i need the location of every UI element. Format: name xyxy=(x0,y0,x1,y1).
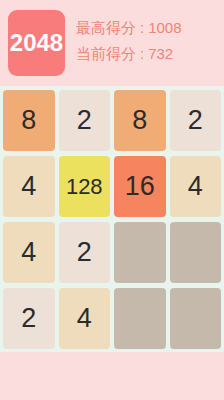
tile-128-r2c2: 128 xyxy=(59,156,111,217)
tile-4-r3c1: 4 xyxy=(3,222,55,283)
tile-8-r1c1: 8 xyxy=(3,90,55,151)
tile-16-r2c3: 16 xyxy=(114,156,166,217)
score-panel: 最高得分:1008 当前得分:732 xyxy=(76,15,182,67)
tile-8-r1c3: 8 xyxy=(114,90,166,151)
app-screen: 2048 最高得分:1008 当前得分:732 828241281644224 xyxy=(0,0,224,400)
tile-4-r2c4: 4 xyxy=(170,156,222,217)
current-score-separator: : xyxy=(140,45,144,62)
tile-2-r4c1: 2 xyxy=(3,288,55,349)
empty-cell-r3c3 xyxy=(114,222,166,283)
current-score-label: 当前得分 xyxy=(76,45,136,62)
best-score-separator: : xyxy=(140,19,144,36)
best-score: 最高得分:1008 xyxy=(76,15,182,41)
empty-cell-r3c4 xyxy=(170,222,222,283)
tile-2-r3c2: 2 xyxy=(59,222,111,283)
empty-cell-r4c4 xyxy=(170,288,222,349)
tile-2-r1c4: 2 xyxy=(170,90,222,151)
current-score-value: 732 xyxy=(148,45,173,62)
tile-4-r4c2: 4 xyxy=(59,288,111,349)
logo-2048: 2048 xyxy=(8,10,65,76)
best-score-label: 最高得分 xyxy=(76,19,136,36)
best-score-value: 1008 xyxy=(148,19,181,36)
current-score: 当前得分:732 xyxy=(76,41,182,67)
tile-2-r1c2: 2 xyxy=(59,90,111,151)
tile-4-r2c1: 4 xyxy=(3,156,55,217)
empty-cell-r4c3 xyxy=(114,288,166,349)
game-board[interactable]: 828241281644224 xyxy=(0,86,224,352)
